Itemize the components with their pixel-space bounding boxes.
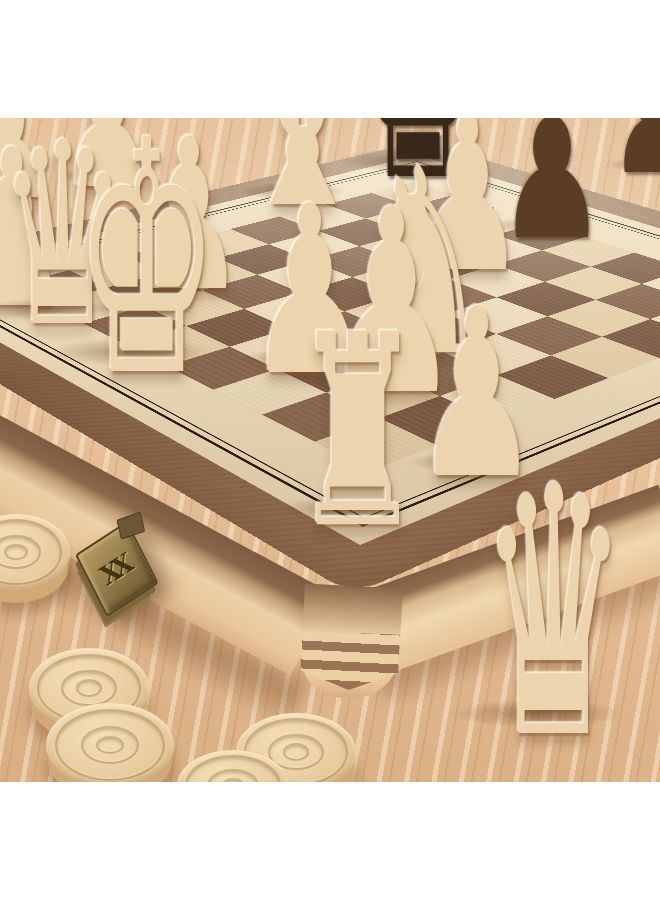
- white-pawn-glyph: ♟: [59, 118, 157, 214]
- checker-ring: [76, 679, 102, 697]
- piece-ground-shadow: [53, 168, 144, 183]
- checker-ring: [4, 544, 28, 561]
- piece-ground-shadow: [0, 181, 43, 196]
- black-pawn-glyph: ♟: [610, 118, 660, 197]
- piece-black-pawn: ♟: [583, 118, 660, 197]
- white-pawn-glyph: ♟: [0, 118, 54, 225]
- piece-white-pawn: ♟: [0, 118, 85, 225]
- piece-white-pawn: ♟: [27, 118, 190, 214]
- latch-monogram: XX: [96, 550, 134, 592]
- piece-ground-shadow: [606, 158, 660, 171]
- checker-disc: [46, 703, 174, 782]
- box-corner: [299, 584, 403, 701]
- page: XX ♟♟♛♟♚♟♝♚♞♟♟♟♟♟♜♟♛: [0, 0, 660, 900]
- checker-ring: [283, 743, 309, 760]
- finger-joints: [300, 629, 401, 692]
- piece-ground-shadow: [451, 699, 623, 728]
- product-photo: XX ♟♟♛♟♚♟♝♚♞♟♟♟♟♟♜♟♛: [0, 118, 660, 782]
